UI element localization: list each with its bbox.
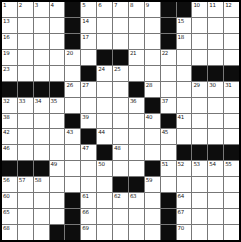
grid-cell[interactable]: 54 xyxy=(208,161,223,176)
clue-number: 48 xyxy=(114,145,120,151)
clue-number: 59 xyxy=(146,177,152,183)
grid-cell[interactable] xyxy=(192,209,207,224)
grid-cell[interactable]: 31 xyxy=(224,82,239,97)
grid-cell[interactable]: 63 xyxy=(129,193,144,208)
grid-cell[interactable] xyxy=(34,34,49,49)
grid-cell[interactable]: 16 xyxy=(2,34,17,49)
grid-cell[interactable]: 12 xyxy=(224,2,239,17)
black-cell xyxy=(145,98,160,113)
clue-number: 30 xyxy=(209,82,215,88)
grid-cell[interactable]: 62 xyxy=(113,193,128,208)
grid-cell[interactable] xyxy=(145,193,160,208)
clue-number: 51 xyxy=(162,161,168,167)
black-cell xyxy=(65,225,80,240)
grid-cell[interactable] xyxy=(113,225,128,240)
grid-cell[interactable]: 13 xyxy=(2,18,17,33)
grid-cell[interactable] xyxy=(129,225,144,240)
clue-number: 28 xyxy=(146,82,152,88)
grid-cell[interactable]: 24 xyxy=(97,66,112,81)
grid-cell[interactable] xyxy=(224,193,239,208)
grid-cell[interactable]: 44 xyxy=(97,129,112,144)
black-cell xyxy=(113,50,128,65)
clue-number: 41 xyxy=(178,114,184,120)
black-cell xyxy=(113,177,128,192)
clue-number: 46 xyxy=(3,145,9,151)
grid-cell[interactable] xyxy=(34,18,49,33)
grid-cell[interactable]: 23 xyxy=(2,66,17,81)
grid-cell[interactable] xyxy=(177,50,192,65)
grid-cell[interactable] xyxy=(97,82,112,97)
grid-cell[interactable]: 19 xyxy=(2,50,17,65)
grid-cell[interactable] xyxy=(34,129,49,144)
clue-number: 35 xyxy=(51,98,57,104)
grid-cell[interactable]: 59 xyxy=(145,177,160,192)
grid-cell[interactable] xyxy=(18,209,33,224)
grid-cell[interactable]: 8 xyxy=(129,2,144,17)
black-cell xyxy=(18,82,33,97)
grid-cell[interactable] xyxy=(192,98,207,113)
grid-cell[interactable] xyxy=(50,114,65,129)
clue-number: 62 xyxy=(114,193,120,199)
clue-number: 19 xyxy=(3,50,9,56)
black-cell xyxy=(161,2,176,17)
grid-cell[interactable] xyxy=(161,177,176,192)
clue-number: 3 xyxy=(35,2,38,8)
grid-cell[interactable] xyxy=(34,209,49,224)
black-cell xyxy=(161,34,176,49)
grid-cell[interactable]: 32 xyxy=(2,98,17,113)
clue-number: 29 xyxy=(193,82,199,88)
black-cell xyxy=(192,66,207,81)
grid-cell[interactable]: 35 xyxy=(50,98,65,113)
clue-number: 50 xyxy=(98,161,104,167)
grid-cell[interactable]: 21 xyxy=(129,50,144,65)
grid-cell[interactable]: 42 xyxy=(2,129,17,144)
grid-cell[interactable] xyxy=(224,50,239,65)
grid-cell[interactable]: 65 xyxy=(2,209,17,224)
grid-cell[interactable] xyxy=(97,18,112,33)
grid-cell[interactable] xyxy=(145,18,160,33)
clue-number: 15 xyxy=(178,18,184,24)
grid-cell[interactable] xyxy=(113,98,128,113)
grid-cell[interactable] xyxy=(97,177,112,192)
clue-number: 55 xyxy=(225,161,231,167)
clue-number: 5 xyxy=(82,2,85,8)
grid-cell[interactable] xyxy=(208,177,223,192)
grid-cell[interactable] xyxy=(18,34,33,49)
grid-cell[interactable] xyxy=(65,66,80,81)
grid-cell[interactable] xyxy=(129,209,144,224)
grid-cell[interactable]: 7 xyxy=(113,2,128,17)
clue-number: 23 xyxy=(3,66,9,72)
grid-cell[interactable]: 30 xyxy=(208,82,223,97)
black-cell xyxy=(161,114,176,129)
black-cell xyxy=(208,66,223,81)
grid-cell[interactable] xyxy=(192,225,207,240)
grid-cell[interactable] xyxy=(113,34,128,49)
black-cell xyxy=(65,34,80,49)
clue-number: 33 xyxy=(19,98,25,104)
clue-number: 39 xyxy=(82,114,88,120)
clue-number: 20 xyxy=(66,50,72,56)
grid-cell[interactable]: 58 xyxy=(34,177,49,192)
clue-number: 63 xyxy=(130,193,136,199)
grid-cell[interactable]: 37 xyxy=(161,98,176,113)
grid-cell[interactable] xyxy=(192,114,207,129)
grid-cell[interactable] xyxy=(129,66,144,81)
grid-cell[interactable] xyxy=(97,193,112,208)
clue-number: 13 xyxy=(3,18,9,24)
grid-cell[interactable] xyxy=(161,145,176,160)
clue-number: 24 xyxy=(98,66,104,72)
clue-number: 61 xyxy=(82,193,88,199)
grid-cell[interactable] xyxy=(208,129,223,144)
clue-number: 57 xyxy=(19,177,25,183)
black-cell xyxy=(81,129,96,144)
black-cell xyxy=(161,18,176,33)
clue-number: 7 xyxy=(114,2,117,8)
crossword-grid: 1234567891011121314151617181920212223242… xyxy=(0,0,241,242)
grid-cell[interactable] xyxy=(65,177,80,192)
grid-cell[interactable]: 47 xyxy=(81,145,96,160)
clue-number: 6 xyxy=(98,2,101,8)
grid-cell[interactable] xyxy=(145,66,160,81)
grid-cell[interactable] xyxy=(97,225,112,240)
grid-cell[interactable] xyxy=(34,114,49,129)
grid-cell[interactable]: 17 xyxy=(81,34,96,49)
grid-cell[interactable]: 11 xyxy=(208,2,223,17)
grid-cell[interactable]: 14 xyxy=(81,18,96,33)
grid-cell[interactable] xyxy=(208,114,223,129)
grid-cell[interactable]: 3 xyxy=(34,2,49,17)
clue-number: 42 xyxy=(3,129,9,135)
grid-cell[interactable] xyxy=(145,145,160,160)
grid-cell[interactable]: 57 xyxy=(18,177,33,192)
grid-cell[interactable]: 48 xyxy=(113,145,128,160)
black-cell xyxy=(18,161,33,176)
grid-cell[interactable] xyxy=(224,18,239,33)
grid-cell[interactable] xyxy=(50,34,65,49)
grid-cell[interactable] xyxy=(224,225,239,240)
grid-cell[interactable] xyxy=(177,177,192,192)
grid-cell[interactable]: 69 xyxy=(81,225,96,240)
grid-cell[interactable]: 60 xyxy=(2,193,17,208)
black-cell xyxy=(65,114,80,129)
grid-cell[interactable] xyxy=(18,114,33,129)
clue-number: 38 xyxy=(3,114,9,120)
clue-number: 14 xyxy=(82,18,88,24)
grid-cell[interactable]: 45 xyxy=(161,129,176,144)
clue-number: 65 xyxy=(3,209,9,215)
grid-cell[interactable] xyxy=(113,82,128,97)
grid-cell[interactable] xyxy=(65,161,80,176)
grid-cell[interactable] xyxy=(129,161,144,176)
black-cell xyxy=(161,225,176,240)
grid-cell[interactable] xyxy=(192,129,207,144)
grid-cell[interactable] xyxy=(97,34,112,49)
grid-cell[interactable]: 56 xyxy=(2,177,17,192)
black-cell xyxy=(192,145,207,160)
black-cell xyxy=(97,145,112,160)
grid-cell[interactable]: 9 xyxy=(145,2,160,17)
grid-cell[interactable] xyxy=(50,145,65,160)
grid-cell[interactable]: 38 xyxy=(2,114,17,129)
black-cell xyxy=(65,18,80,33)
black-cell xyxy=(224,66,239,81)
clue-number: 53 xyxy=(193,161,199,167)
grid-cell[interactable]: 41 xyxy=(177,114,192,129)
black-cell xyxy=(50,82,65,97)
black-cell xyxy=(129,82,144,97)
black-cell xyxy=(208,145,223,160)
grid-cell[interactable] xyxy=(192,34,207,49)
clue-number: 4 xyxy=(51,2,54,8)
grid-cell[interactable]: 53 xyxy=(192,161,207,176)
grid-cell[interactable] xyxy=(177,66,192,81)
grid-cell[interactable] xyxy=(65,98,80,113)
clue-number: 1 xyxy=(3,2,6,8)
grid-cell[interactable] xyxy=(192,193,207,208)
grid-cell[interactable] xyxy=(18,66,33,81)
grid-cell[interactable]: 25 xyxy=(113,66,128,81)
clue-number: 40 xyxy=(146,114,152,120)
grid-cell[interactable] xyxy=(50,50,65,65)
crossword-diagram: 1234567891011121314151617181920212223242… xyxy=(0,0,241,242)
clue-number: 43 xyxy=(66,129,72,135)
clue-number: 2 xyxy=(19,2,22,8)
clue-number: 56 xyxy=(3,177,9,183)
clue-number: 70 xyxy=(178,225,184,231)
grid-cell[interactable]: 51 xyxy=(161,161,176,176)
grid-cell[interactable] xyxy=(192,50,207,65)
grid-cell[interactable] xyxy=(145,209,160,224)
grid-cell[interactable]: 46 xyxy=(2,145,17,160)
grid-cell[interactable] xyxy=(113,209,128,224)
grid-cell[interactable] xyxy=(50,193,65,208)
grid-cell[interactable]: 2 xyxy=(18,2,33,17)
grid-cell[interactable] xyxy=(113,161,128,176)
grid-cell[interactable] xyxy=(145,34,160,49)
grid-cell[interactable]: 36 xyxy=(129,98,144,113)
grid-cell[interactable] xyxy=(208,18,223,33)
grid-cell[interactable]: 68 xyxy=(2,225,17,240)
grid-cell[interactable] xyxy=(208,193,223,208)
clue-number: 21 xyxy=(130,50,136,56)
black-cell xyxy=(97,50,112,65)
grid-cell[interactable]: 26 xyxy=(65,82,80,97)
grid-cell[interactable] xyxy=(161,82,176,97)
grid-cell[interactable]: 39 xyxy=(81,114,96,129)
clue-number: 67 xyxy=(178,209,184,215)
clue-number: 58 xyxy=(35,177,41,183)
grid-cell[interactable] xyxy=(129,129,144,144)
grid-cell[interactable]: 33 xyxy=(18,98,33,113)
grid-cell[interactable]: 43 xyxy=(65,129,80,144)
clue-number: 10 xyxy=(193,2,199,8)
grid-cell[interactable] xyxy=(50,129,65,144)
grid-cell[interactable] xyxy=(208,209,223,224)
black-cell xyxy=(65,209,80,224)
clue-number: 69 xyxy=(82,225,88,231)
grid-cell[interactable]: 15 xyxy=(177,18,192,33)
grid-cell[interactable] xyxy=(192,177,207,192)
clue-number: 8 xyxy=(130,2,133,8)
grid-cell[interactable] xyxy=(145,129,160,144)
grid-cell[interactable] xyxy=(81,177,96,192)
black-cell xyxy=(50,225,65,240)
grid-cell[interactable]: 66 xyxy=(81,209,96,224)
grid-cell[interactable] xyxy=(97,114,112,129)
grid-cell[interactable] xyxy=(129,114,144,129)
grid-cell[interactable] xyxy=(208,34,223,49)
grid-cell[interactable] xyxy=(177,129,192,144)
grid-cell[interactable]: 27 xyxy=(81,82,96,97)
grid-cell[interactable] xyxy=(50,177,65,192)
clue-number: 25 xyxy=(114,66,120,72)
grid-cell[interactable] xyxy=(224,34,239,49)
clue-number: 64 xyxy=(178,193,184,199)
clue-number: 26 xyxy=(66,82,72,88)
grid-cell[interactable] xyxy=(129,18,144,33)
clue-number: 49 xyxy=(51,161,57,167)
clue-number: 60 xyxy=(3,193,9,199)
grid-cell[interactable]: 10 xyxy=(192,2,207,17)
clue-number: 52 xyxy=(178,161,184,167)
clue-number: 17 xyxy=(82,34,88,40)
clue-number: 66 xyxy=(82,209,88,215)
clue-number: 11 xyxy=(209,2,215,8)
black-cell xyxy=(81,66,96,81)
clue-number: 68 xyxy=(3,225,9,231)
grid-cell[interactable]: 49 xyxy=(50,161,65,176)
clue-number: 45 xyxy=(162,129,168,135)
grid-cell[interactable] xyxy=(34,50,49,65)
black-cell xyxy=(224,145,239,160)
grid-cell[interactable] xyxy=(65,145,80,160)
grid-cell[interactable] xyxy=(18,18,33,33)
grid-cell[interactable] xyxy=(145,50,160,65)
grid-cell[interactable] xyxy=(224,177,239,192)
clue-number: 32 xyxy=(3,98,9,104)
clue-number: 54 xyxy=(209,161,215,167)
black-cell xyxy=(129,177,144,192)
grid-cell[interactable] xyxy=(34,193,49,208)
black-cell xyxy=(65,193,80,208)
black-cell xyxy=(161,193,176,208)
grid-cell[interactable] xyxy=(177,98,192,113)
grid-cell[interactable]: 22 xyxy=(161,50,176,65)
black-cell xyxy=(161,209,176,224)
grid-cell[interactable] xyxy=(161,66,176,81)
grid-cell[interactable] xyxy=(18,50,33,65)
clue-number: 27 xyxy=(82,82,88,88)
grid-cell[interactable] xyxy=(113,114,128,129)
grid-cell[interactable] xyxy=(177,82,192,97)
grid-cell[interactable] xyxy=(81,50,96,65)
grid-cell[interactable]: 67 xyxy=(177,209,192,224)
grid-cell[interactable] xyxy=(224,114,239,129)
clue-number: 37 xyxy=(162,98,168,104)
grid-cell[interactable]: 1 xyxy=(2,2,17,17)
grid-cell[interactable]: 34 xyxy=(34,98,49,113)
grid-cell[interactable] xyxy=(208,98,223,113)
grid-cell[interactable] xyxy=(208,50,223,65)
grid-cell[interactable] xyxy=(50,18,65,33)
grid-cell[interactable]: 18 xyxy=(177,34,192,49)
clue-number: 44 xyxy=(98,129,104,135)
black-cell xyxy=(145,161,160,176)
grid-cell[interactable] xyxy=(81,98,96,113)
grid-cell[interactable] xyxy=(50,209,65,224)
grid-cell[interactable]: 64 xyxy=(177,193,192,208)
clue-number: 34 xyxy=(35,98,41,104)
grid-cell[interactable] xyxy=(97,98,112,113)
grid-cell[interactable] xyxy=(192,18,207,33)
grid-cell[interactable]: 61 xyxy=(81,193,96,208)
black-cell xyxy=(34,161,49,176)
grid-cell[interactable] xyxy=(18,225,33,240)
grid-cell[interactable]: 6 xyxy=(97,2,112,17)
clue-number: 36 xyxy=(130,98,136,104)
black-cell xyxy=(34,82,49,97)
grid-cell[interactable] xyxy=(113,18,128,33)
grid-cell[interactable] xyxy=(113,129,128,144)
clue-number: 12 xyxy=(225,2,231,8)
grid-cell[interactable] xyxy=(50,66,65,81)
grid-cell[interactable]: 40 xyxy=(145,114,160,129)
grid-cell[interactable] xyxy=(34,225,49,240)
grid-cell[interactable] xyxy=(129,145,144,160)
grid-cell[interactable]: 29 xyxy=(192,82,207,97)
grid-cell[interactable] xyxy=(34,66,49,81)
grid-cell[interactable] xyxy=(145,225,160,240)
black-cell xyxy=(65,2,80,17)
grid-cell[interactable] xyxy=(224,129,239,144)
grid-cell[interactable] xyxy=(129,34,144,49)
grid-cell[interactable]: 50 xyxy=(97,161,112,176)
grid-cell[interactable] xyxy=(18,145,33,160)
clue-number: 22 xyxy=(162,50,168,56)
clue-number: 47 xyxy=(82,145,88,151)
grid-cell[interactable]: 5 xyxy=(81,2,96,17)
clue-number: 18 xyxy=(178,34,184,40)
grid-cell[interactable] xyxy=(97,209,112,224)
grid-cell[interactable] xyxy=(224,98,239,113)
grid-cell[interactable]: 55 xyxy=(224,161,239,176)
grid-cell[interactable] xyxy=(18,193,33,208)
grid-cell[interactable] xyxy=(18,129,33,144)
grid-cell[interactable]: 70 xyxy=(177,225,192,240)
black-cell xyxy=(177,2,192,17)
clue-number: 31 xyxy=(225,82,231,88)
grid-cell[interactable]: 20 xyxy=(65,50,80,65)
grid-cell[interactable]: 4 xyxy=(50,2,65,17)
grid-cell[interactable] xyxy=(208,225,223,240)
clue-number: 9 xyxy=(146,2,149,8)
black-cell xyxy=(2,82,17,97)
grid-cell[interactable]: 28 xyxy=(145,82,160,97)
grid-cell[interactable]: 52 xyxy=(177,161,192,176)
grid-cell[interactable] xyxy=(81,161,96,176)
grid-cell[interactable] xyxy=(224,209,239,224)
black-cell xyxy=(2,161,17,176)
grid-cell[interactable] xyxy=(34,145,49,160)
clue-number: 16 xyxy=(3,34,9,40)
black-cell xyxy=(177,145,192,160)
